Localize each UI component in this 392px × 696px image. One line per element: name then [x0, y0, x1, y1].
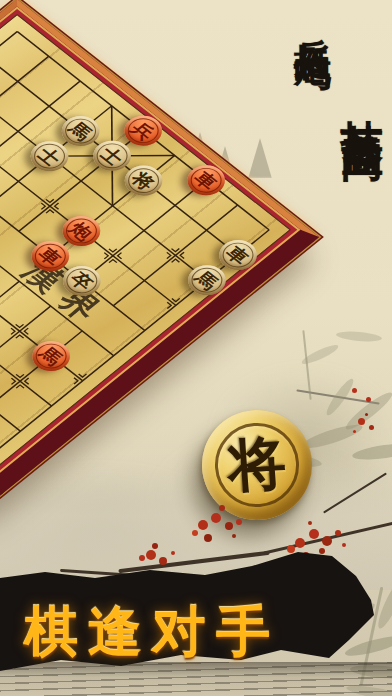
- piece-red-f8r7[interactable]: 馬: [25, 335, 78, 377]
- banner-title: 棋逢对手: [24, 596, 280, 669]
- calligraphy-inner-column: 兵挺炮鸣: [288, 8, 338, 218]
- calligraphy-outer-column: 技艺盖世间: [334, 86, 390, 336]
- game-scene: 楚河 漢界 兵車馬士将車士馬炮車卒馬 将 兵挺炮鸣 技艺盖世间 棋逢对手: [0, 0, 392, 696]
- plum-blossoms: [295, 538, 305, 548]
- piece-red-f7r1[interactable]: 車: [180, 159, 233, 201]
- plum-blossoms: [198, 520, 208, 530]
- plum-blossoms: [146, 550, 156, 560]
- plum-blossoms: [358, 418, 365, 425]
- pine-tree-silhouette: [246, 138, 274, 178]
- plum-berry: [352, 388, 357, 393]
